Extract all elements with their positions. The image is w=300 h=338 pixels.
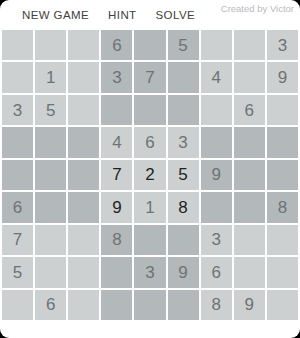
- given-digit: 5: [46, 102, 55, 119]
- cell-r5c7[interactable]: 9: [201, 160, 232, 190]
- cell-r2c7[interactable]: 4: [201, 62, 232, 92]
- given-digit: 7: [145, 69, 154, 86]
- cell-r4c1[interactable]: [2, 127, 33, 157]
- cell-r9c5[interactable]: [134, 290, 165, 320]
- cell-r1c1[interactable]: [2, 30, 33, 60]
- cell-r8c9[interactable]: [267, 257, 298, 287]
- cell-r2c8[interactable]: [234, 62, 265, 92]
- cell-r9c2[interactable]: 6: [35, 290, 66, 320]
- cell-r2c2[interactable]: 1: [35, 62, 66, 92]
- cell-r6c3[interactable]: [68, 192, 99, 222]
- cell-r6c9[interactable]: 8: [267, 192, 298, 222]
- cell-r7c9[interactable]: [267, 225, 298, 255]
- given-digit: 6: [245, 102, 254, 119]
- cell-r4c8[interactable]: [234, 127, 265, 157]
- cell-r6c1[interactable]: 6: [2, 192, 33, 222]
- cell-r8c8[interactable]: [234, 257, 265, 287]
- toolbar: NEW GAME HINT SOLVE Created by Victor: [0, 0, 300, 30]
- cell-r2c5[interactable]: 7: [134, 62, 165, 92]
- cell-r6c8[interactable]: [234, 192, 265, 222]
- cell-r6c7[interactable]: [201, 192, 232, 222]
- cell-r6c4[interactable]: 9: [101, 192, 132, 222]
- cell-r5c3[interactable]: [68, 160, 99, 190]
- given-digit: 3: [145, 264, 154, 281]
- cell-r8c7[interactable]: 6: [201, 257, 232, 287]
- cell-r1c2[interactable]: [35, 30, 66, 60]
- cell-r7c8[interactable]: [234, 225, 265, 255]
- cell-r7c2[interactable]: [35, 225, 66, 255]
- given-digit: 9: [245, 296, 254, 313]
- cell-r1c9[interactable]: 3: [267, 30, 298, 60]
- given-digit: 6: [46, 296, 55, 313]
- given-digit: 6: [145, 134, 154, 151]
- cell-r9c8[interactable]: 9: [234, 290, 265, 320]
- cell-r8c2[interactable]: [35, 257, 66, 287]
- cell-r4c2[interactable]: [35, 127, 66, 157]
- cell-r6c5[interactable]: 1: [134, 192, 165, 222]
- cell-r5c5[interactable]: 2: [134, 160, 165, 190]
- given-digit: 9: [278, 69, 287, 86]
- cell-r5c8[interactable]: [234, 160, 265, 190]
- cell-r9c7[interactable]: 8: [201, 290, 232, 320]
- cell-r5c6[interactable]: 5: [168, 160, 199, 190]
- user-digit: 8: [178, 199, 187, 216]
- cell-r2c3[interactable]: [68, 62, 99, 92]
- given-digit: 5: [13, 264, 22, 281]
- cell-r7c6[interactable]: [168, 225, 199, 255]
- given-digit: 4: [211, 69, 220, 86]
- given-digit: 9: [178, 264, 187, 281]
- sudoku-board: 653137493564637259691887835396689: [2, 30, 298, 320]
- cell-r9c1[interactable]: [2, 290, 33, 320]
- cell-r7c5[interactable]: [134, 225, 165, 255]
- given-digit: 1: [46, 69, 55, 86]
- cell-r3c7[interactable]: [201, 95, 232, 125]
- cell-r3c9[interactable]: [267, 95, 298, 125]
- cell-r8c3[interactable]: [68, 257, 99, 287]
- cell-r6c2[interactable]: [35, 192, 66, 222]
- cell-r1c8[interactable]: [234, 30, 265, 60]
- cell-r7c4[interactable]: 8: [101, 225, 132, 255]
- user-digit: 7: [112, 166, 121, 183]
- given-digit: 3: [13, 102, 22, 119]
- cell-r1c5[interactable]: [134, 30, 165, 60]
- user-digit: 2: [145, 166, 154, 183]
- cell-r5c9[interactable]: [267, 160, 298, 190]
- cell-r3c2[interactable]: 5: [35, 95, 66, 125]
- cell-r4c5[interactable]: 6: [134, 127, 165, 157]
- cell-r7c3[interactable]: [68, 225, 99, 255]
- cell-r1c7[interactable]: [201, 30, 232, 60]
- cell-r3c4[interactable]: [101, 95, 132, 125]
- given-digit: 6: [13, 199, 22, 216]
- given-digit: 6: [112, 37, 121, 54]
- cell-r6c6[interactable]: 8: [168, 192, 199, 222]
- given-digit: 4: [112, 134, 121, 151]
- cell-r8c5[interactable]: 3: [134, 257, 165, 287]
- given-digit: 1: [145, 199, 154, 216]
- cell-r3c5[interactable]: [134, 95, 165, 125]
- cell-r4c6[interactable]: 3: [168, 127, 199, 157]
- cell-r2c1[interactable]: [2, 62, 33, 92]
- cell-r3c3[interactable]: [68, 95, 99, 125]
- cell-r3c6[interactable]: [168, 95, 199, 125]
- user-digit: 9: [112, 199, 121, 216]
- cell-r9c3[interactable]: [68, 290, 99, 320]
- user-digit: 5: [178, 166, 187, 183]
- given-digit: 6: [211, 264, 220, 281]
- given-digit: 3: [178, 134, 187, 151]
- cell-r2c6[interactable]: [168, 62, 199, 92]
- cell-r5c4[interactable]: 7: [101, 160, 132, 190]
- cell-r5c1[interactable]: [2, 160, 33, 190]
- sudoku-app-window: NEW GAME HINT SOLVE Created by Victor 65…: [0, 0, 300, 338]
- cell-r4c9[interactable]: [267, 127, 298, 157]
- cell-r3c8[interactable]: 6: [234, 95, 265, 125]
- given-digit: 8: [112, 231, 121, 248]
- cell-r1c6[interactable]: 5: [168, 30, 199, 60]
- cell-r8c1[interactable]: 5: [2, 257, 33, 287]
- given-digit: 3: [278, 37, 287, 54]
- cell-r1c3[interactable]: [68, 30, 99, 60]
- cell-r4c7[interactable]: [201, 127, 232, 157]
- cell-r8c4[interactable]: [101, 257, 132, 287]
- cell-r8c6[interactable]: 9: [168, 257, 199, 287]
- cell-r7c7[interactable]: 3: [201, 225, 232, 255]
- cell-r7c1[interactable]: 7: [2, 225, 33, 255]
- given-digit: 3: [211, 231, 220, 248]
- cell-r2c9[interactable]: 9: [267, 62, 298, 92]
- given-digit: 8: [278, 199, 287, 216]
- cell-r1c4[interactable]: 6: [101, 30, 132, 60]
- cell-r9c4[interactable]: [101, 290, 132, 320]
- cell-r4c3[interactable]: [68, 127, 99, 157]
- credit-text: Created by Victor: [221, 0, 294, 14]
- cell-r9c6[interactable]: [168, 290, 199, 320]
- new-game-button[interactable]: NEW GAME: [22, 9, 89, 21]
- given-digit: 8: [211, 296, 220, 313]
- cell-r3c1[interactable]: 3: [2, 95, 33, 125]
- cell-r5c2[interactable]: [35, 160, 66, 190]
- given-digit: 5: [178, 37, 187, 54]
- given-digit: 7: [13, 231, 22, 248]
- given-digit: 3: [112, 69, 121, 86]
- cell-r4c4[interactable]: 4: [101, 127, 132, 157]
- given-digit: 9: [211, 166, 220, 183]
- cell-r2c4[interactable]: 3: [101, 62, 132, 92]
- solve-button[interactable]: SOLVE: [156, 9, 196, 21]
- hint-button[interactable]: HINT: [108, 9, 136, 21]
- cell-r9c9[interactable]: [267, 290, 298, 320]
